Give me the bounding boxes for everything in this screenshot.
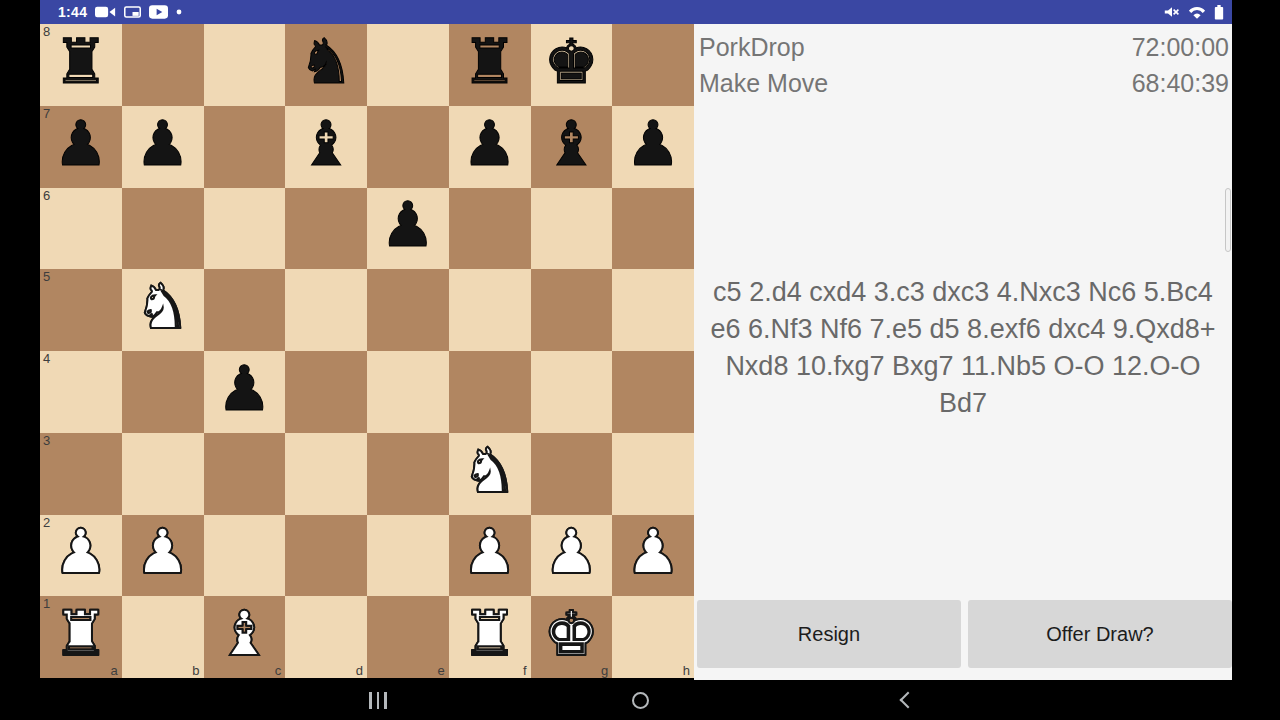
piece-bP-f7: ♟ (462, 113, 518, 175)
opponent-clock: 72:00:00 (1132, 33, 1229, 62)
square-c1[interactable]: c♝ (204, 596, 286, 678)
square-d5[interactable] (285, 269, 367, 351)
mute-icon (1164, 5, 1180, 19)
rank-label-3: 3 (43, 433, 50, 448)
piece-wK-g1: ♚ (544, 603, 600, 665)
piece-bB-d7: ♝ (298, 113, 354, 175)
square-e7[interactable] (367, 106, 449, 188)
battery-icon (1214, 5, 1224, 20)
action-buttons: Resign Offer Draw? (697, 600, 1232, 668)
square-a3[interactable]: 3 (40, 433, 122, 515)
file-label-a: a (111, 663, 118, 678)
piece-wP-a2: ♟ (53, 521, 109, 583)
square-e2[interactable] (367, 515, 449, 597)
status-bar: 1:44 (40, 0, 1232, 24)
file-label-d: d (356, 663, 363, 678)
move-list: c5 2.d4 cxd4 3.c3 dxc3 4.Nxc3 Nc6 5.Bc4 … (700, 274, 1226, 422)
square-g2[interactable]: ♟ (531, 515, 613, 597)
file-label-h: h (683, 663, 690, 678)
square-f8[interactable]: ♜ (449, 24, 531, 106)
file-label-f: f (523, 663, 527, 678)
piece-bN-d8: ♞ (298, 31, 354, 93)
file-label-c: c (275, 663, 282, 678)
square-h4[interactable] (612, 351, 694, 433)
file-label-g: g (601, 663, 608, 678)
square-b2[interactable]: ♟ (122, 515, 204, 597)
clock-time: 1:44 (58, 4, 87, 20)
square-e1[interactable]: e (367, 596, 449, 678)
player-clock-row: Make Move 68:40:39 (694, 65, 1232, 101)
square-g7[interactable]: ♝ (531, 106, 613, 188)
square-d8[interactable]: ♞ (285, 24, 367, 106)
player-clock: 68:40:39 (1132, 69, 1229, 98)
rank-label-7: 7 (43, 106, 50, 121)
square-c7[interactable] (204, 106, 286, 188)
square-e6[interactable]: ♟ (367, 188, 449, 270)
square-f2[interactable]: ♟ (449, 515, 531, 597)
square-f3[interactable]: ♞ (449, 433, 531, 515)
back-icon[interactable] (883, 680, 927, 720)
home-icon[interactable] (618, 680, 662, 720)
file-label-b: b (192, 663, 199, 678)
square-b5[interactable]: ♞ (122, 269, 204, 351)
opponent-clock-row: PorkDrop 72:00:00 (694, 29, 1232, 65)
square-a6[interactable]: 6 (40, 188, 122, 270)
square-b3[interactable] (122, 433, 204, 515)
piece-bR-a8: ♜ (53, 31, 109, 93)
resign-button[interactable]: Resign (697, 600, 961, 668)
square-g4[interactable] (531, 351, 613, 433)
file-label-e: e (438, 663, 445, 678)
square-e5[interactable] (367, 269, 449, 351)
square-f4[interactable] (449, 351, 531, 433)
piece-wR-f1: ♜ (462, 603, 518, 665)
square-f7[interactable]: ♟ (449, 106, 531, 188)
recents-icon[interactable] (356, 680, 400, 720)
youtube-icon (149, 5, 168, 19)
rank-label-5: 5 (43, 269, 50, 284)
piece-bB-g7: ♝ (544, 113, 600, 175)
piece-wB-c1: ♝ (217, 603, 273, 665)
square-h7[interactable]: ♟ (612, 106, 694, 188)
square-h6[interactable] (612, 188, 694, 270)
game-info-panel: PorkDrop 72:00:00 Make Move 68:40:39 c5 … (694, 24, 1232, 680)
square-g3[interactable] (531, 433, 613, 515)
square-h2[interactable]: ♟ (612, 515, 694, 597)
square-g5[interactable] (531, 269, 613, 351)
piece-wR-a1: ♜ (53, 603, 109, 665)
piece-wP-g2: ♟ (544, 521, 600, 583)
square-d7[interactable]: ♝ (285, 106, 367, 188)
piece-wN-b5: ♞ (135, 276, 191, 338)
piece-wN-f3: ♞ (462, 440, 518, 502)
square-f6[interactable] (449, 188, 531, 270)
piece-wP-b2: ♟ (135, 521, 191, 583)
square-g1[interactable]: g♚ (531, 596, 613, 678)
piece-bR-f8: ♜ (462, 31, 518, 93)
rank-label-6: 6 (43, 188, 50, 203)
square-d2[interactable] (285, 515, 367, 597)
square-h5[interactable] (612, 269, 694, 351)
square-a7[interactable]: 7♟ (40, 106, 122, 188)
piece-bP-e6: ♟ (380, 194, 436, 256)
square-b4[interactable] (122, 351, 204, 433)
square-e3[interactable] (367, 433, 449, 515)
player-status: Make Move (699, 69, 828, 98)
square-g6[interactable] (531, 188, 613, 270)
square-a5[interactable]: 5 (40, 269, 122, 351)
square-c5[interactable] (204, 269, 286, 351)
offer-draw-button[interactable]: Offer Draw? (968, 600, 1232, 668)
square-e8[interactable] (367, 24, 449, 106)
piece-bP-c4: ♟ (217, 358, 273, 420)
square-c2[interactable] (204, 515, 286, 597)
clock-area: PorkDrop 72:00:00 Make Move 68:40:39 (694, 24, 1232, 101)
square-b1[interactable]: b (122, 596, 204, 678)
square-c4[interactable]: ♟ (204, 351, 286, 433)
square-h1[interactable]: h (612, 596, 694, 678)
square-f5[interactable] (449, 269, 531, 351)
square-d4[interactable] (285, 351, 367, 433)
square-b6[interactable] (122, 188, 204, 270)
square-a8[interactable]: 8♜ (40, 24, 122, 106)
rank-label-1: 1 (43, 596, 50, 611)
rank-label-8: 8 (43, 24, 50, 39)
square-h3[interactable] (612, 433, 694, 515)
square-d6[interactable] (285, 188, 367, 270)
piece-bK-g8: ♚ (544, 31, 600, 93)
panel-scrollbar[interactable] (1225, 188, 1231, 252)
piece-bP-b7: ♟ (135, 113, 191, 175)
android-nav-bar (0, 680, 1280, 720)
app-screen: 1:44 8♜♞♜♚7♟♟♝♟ (0, 0, 1280, 720)
square-e4[interactable] (367, 351, 449, 433)
square-h8[interactable] (612, 24, 694, 106)
piece-bP-h7: ♟ (625, 113, 681, 175)
square-d3[interactable] (285, 433, 367, 515)
rank-label-4: 4 (43, 351, 50, 366)
opponent-name: PorkDrop (699, 33, 805, 62)
piece-bP-a7: ♟ (53, 113, 109, 175)
live-dot-icon (176, 9, 182, 15)
wifi-icon (1188, 5, 1206, 19)
square-g8[interactable]: ♚ (531, 24, 613, 106)
square-b7[interactable]: ♟ (122, 106, 204, 188)
piece-wP-h2: ♟ (625, 521, 681, 583)
square-a4[interactable]: 4 (40, 351, 122, 433)
piece-wP-f2: ♟ (462, 521, 518, 583)
square-d1[interactable]: d (285, 596, 367, 678)
square-f1[interactable]: f♜ (449, 596, 531, 678)
square-c6[interactable] (204, 188, 286, 270)
screen-record-icon (95, 5, 116, 19)
square-b8[interactable] (122, 24, 204, 106)
square-a1[interactable]: 1a♜ (40, 596, 122, 678)
rank-label-2: 2 (43, 515, 50, 530)
chess-board: 8♜♞♜♚7♟♟♝♟♝♟6♟5♞4♟3♞2♟♟♟♟♟1a♜bc♝def♜g♚h (40, 24, 694, 678)
pip-icon (124, 5, 141, 19)
square-c8[interactable] (204, 24, 286, 106)
square-a2[interactable]: 2♟ (40, 515, 122, 597)
square-c3[interactable] (204, 433, 286, 515)
